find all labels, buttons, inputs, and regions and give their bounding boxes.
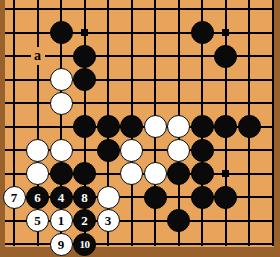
black-stone <box>144 186 167 209</box>
white-stone-move-7: 7 <box>3 186 26 209</box>
white-stone-move-3: 3 <box>97 209 120 232</box>
grid-line-horizontal <box>4 32 275 34</box>
white-stone-move-1: 1 <box>50 209 73 232</box>
black-stone <box>120 115 143 138</box>
white-stone <box>144 162 167 185</box>
point-label-a: a <box>31 47 45 65</box>
white-stone <box>120 162 143 185</box>
grid-line-horizontal <box>4 8 275 10</box>
white-stone <box>167 115 190 138</box>
black-stone <box>214 115 237 138</box>
black-stone <box>97 139 120 162</box>
black-stone <box>191 162 214 185</box>
white-stone-move-9: 9 <box>50 233 73 256</box>
go-board: a76485123910 <box>0 0 280 257</box>
black-stone <box>191 139 214 162</box>
black-stone-move-10: 10 <box>73 233 96 256</box>
white-stone <box>120 139 143 162</box>
black-stone <box>73 68 96 91</box>
grid-line-horizontal <box>4 102 275 104</box>
grid-line-horizontal <box>4 243 275 245</box>
black-stone-move-6: 6 <box>26 186 49 209</box>
grid-line-horizontal <box>4 79 275 81</box>
white-stone <box>26 139 49 162</box>
black-stone <box>73 115 96 138</box>
board-frame-right <box>274 0 280 257</box>
black-stone <box>214 45 237 68</box>
black-stone-move-2: 2 <box>73 209 96 232</box>
black-stone <box>73 162 96 185</box>
grid-line-vertical <box>13 0 15 246</box>
star-point-marker <box>81 29 88 36</box>
black-stone <box>167 209 190 232</box>
white-stone <box>144 115 167 138</box>
black-stone <box>50 162 73 185</box>
white-stone <box>50 68 73 91</box>
white-stone <box>50 92 73 115</box>
white-stone <box>26 162 49 185</box>
star-point-marker <box>222 170 229 177</box>
black-stone-move-8: 8 <box>73 186 96 209</box>
black-stone <box>238 115 261 138</box>
board-frame-bottom <box>0 247 280 257</box>
black-stone <box>191 115 214 138</box>
black-stone-move-4: 4 <box>50 186 73 209</box>
go-diagram: a76485123910 <box>0 0 280 257</box>
black-stone <box>50 21 73 44</box>
star-point-marker <box>222 29 229 36</box>
black-stone <box>214 186 237 209</box>
black-stone <box>191 186 214 209</box>
white-stone-move-5: 5 <box>26 209 49 232</box>
white-stone <box>97 186 120 209</box>
black-stone <box>97 115 120 138</box>
white-stone <box>50 139 73 162</box>
black-stone <box>73 45 96 68</box>
white-stone <box>167 139 190 162</box>
board-frame-left <box>0 0 5 257</box>
black-stone <box>191 21 214 44</box>
black-stone <box>167 162 190 185</box>
